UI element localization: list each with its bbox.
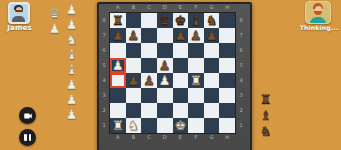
captured-white-tray-col2: ♟♟♞♝♝♟♟♟: [63, 2, 80, 122]
square-a6[interactable]: [110, 43, 126, 58]
square-h2[interactable]: [219, 103, 235, 118]
square-h5[interactable]: [219, 58, 235, 73]
square-g7[interactable]: ♟: [204, 28, 220, 43]
square-e4[interactable]: [173, 73, 189, 88]
square-d4[interactable]: ♟: [157, 73, 173, 88]
square-e5[interactable]: [173, 58, 189, 73]
square-a3[interactable]: [110, 88, 126, 103]
square-b5[interactable]: [126, 58, 142, 73]
rank-label-6: 6: [237, 43, 245, 58]
rank-label-5: 5: [100, 58, 108, 73]
square-c1[interactable]: [141, 118, 157, 133]
piece-black-pawn: ♟: [159, 59, 171, 72]
square-g3[interactable]: [204, 88, 220, 103]
square-c2[interactable]: [141, 103, 157, 118]
square-b6[interactable]: [126, 43, 142, 58]
piece-black-pawn: ♟: [112, 29, 124, 42]
file-label-h: H: [219, 5, 235, 12]
square-f3[interactable]: [188, 88, 204, 103]
piece-black-bishop: ♝: [190, 14, 202, 27]
piece-black-pawn: ♟: [190, 29, 202, 42]
square-b1[interactable]: ♞: [126, 118, 142, 133]
rank-label-8: 8: [100, 13, 108, 28]
square-b8[interactable]: [126, 13, 142, 28]
rank-label-4: 4: [237, 73, 245, 88]
file-label-g: G: [204, 5, 220, 12]
square-d2[interactable]: [157, 103, 173, 118]
rank-label-7: 7: [237, 28, 245, 43]
square-e3[interactable]: [173, 88, 189, 103]
file-label-f: F: [188, 5, 204, 12]
rank-labels-right: 87654321: [237, 13, 245, 133]
avatar-beard: [314, 11, 322, 15]
square-g4[interactable]: [204, 73, 220, 88]
chess-app: James Thinking... ♛♟ ♟♟♞♝♝♟♟♟ ♜♝♞ ABCDEF…: [0, 0, 341, 150]
square-h3[interactable]: [219, 88, 235, 103]
square-c3[interactable]: [141, 88, 157, 103]
square-a5[interactable]: ♟: [110, 58, 126, 73]
square-b3[interactable]: [126, 88, 142, 103]
rank-label-5: 5: [237, 58, 245, 73]
piece-black-pawn: ♟: [128, 74, 140, 87]
square-h4[interactable]: [219, 73, 235, 88]
file-label-f: F: [188, 135, 204, 142]
piece-white-pawn: ♟: [112, 59, 124, 72]
square-d1[interactable]: [157, 118, 173, 133]
avatar-shirt: [310, 17, 326, 24]
rank-label-1: 1: [100, 118, 108, 133]
square-h8[interactable]: [219, 13, 235, 28]
square-f6[interactable]: [188, 43, 204, 58]
rank-label-6: 6: [100, 43, 108, 58]
piece-black-queen: ♛: [159, 14, 171, 27]
captured-white-bishop: ♝: [63, 62, 80, 77]
square-e7[interactable]: ♟: [173, 28, 189, 43]
file-label-b: B: [126, 135, 142, 142]
piece-white-king: ♚: [174, 119, 186, 132]
camera-button[interactable]: [19, 107, 36, 124]
square-g1[interactable]: [204, 118, 220, 133]
square-f8[interactable]: ♝: [188, 13, 204, 28]
pause-button[interactable]: [19, 129, 36, 146]
rank-label-2: 2: [100, 103, 108, 118]
file-label-d: D: [157, 135, 173, 142]
piece-black-pawn: ♟: [206, 29, 218, 42]
square-f5[interactable]: [188, 58, 204, 73]
piece-black-pawn: ♟: [128, 29, 140, 42]
rank-label-7: 7: [100, 28, 108, 43]
square-f4[interactable]: ♜: [188, 73, 204, 88]
captured-white-pawn: ♟: [63, 2, 80, 17]
square-f1[interactable]: [188, 118, 204, 133]
piece-black-pawn: ♟: [143, 74, 155, 87]
square-c6[interactable]: [141, 43, 157, 58]
piece-black-rook: ♜: [112, 14, 124, 27]
rank-label-1: 1: [237, 118, 245, 133]
square-a8[interactable]: ♜: [110, 13, 126, 28]
square-d7[interactable]: [157, 28, 173, 43]
square-h7[interactable]: [219, 28, 235, 43]
captured-white-bishop: ♝: [63, 47, 80, 62]
file-label-a: A: [110, 135, 126, 142]
file-label-c: C: [141, 5, 157, 12]
square-d5[interactable]: ♟: [157, 58, 173, 73]
player-left-avatar[interactable]: [8, 2, 30, 24]
square-c5[interactable]: [141, 58, 157, 73]
piece-black-king: ♚: [174, 14, 186, 27]
file-labels-top: ABCDEFGH: [110, 5, 235, 12]
rank-label-4: 4: [100, 73, 108, 88]
pause-icon: [24, 134, 31, 141]
square-h6[interactable]: [219, 43, 235, 58]
square-c4[interactable]: ♟: [141, 73, 157, 88]
square-e1[interactable]: ♚: [173, 118, 189, 133]
rank-label-8: 8: [237, 13, 245, 28]
square-a4[interactable]: [110, 73, 126, 88]
player-left-name: James: [0, 24, 39, 32]
rank-label-3: 3: [237, 88, 245, 103]
square-h1[interactable]: [219, 118, 235, 133]
captured-white-pawn: ♟: [63, 107, 80, 122]
square-e8[interactable]: ♚: [173, 13, 189, 28]
square-b2[interactable]: [126, 103, 142, 118]
captured-white-pawn: ♟: [63, 17, 80, 32]
square-e6[interactable]: [173, 43, 189, 58]
rank-label-3: 3: [100, 88, 108, 103]
square-e2[interactable]: [173, 103, 189, 118]
rank-labels-left: 87654321: [100, 13, 108, 133]
captured-white-pawn: ♟: [63, 92, 80, 107]
square-g2[interactable]: [204, 103, 220, 118]
file-label-b: B: [126, 5, 142, 12]
square-b7[interactable]: ♟: [126, 28, 142, 43]
captured-black-tray: ♜♝♞: [257, 92, 274, 140]
captured-white-queen: ♛: [46, 6, 63, 21]
square-g6[interactable]: [204, 43, 220, 58]
avatar-suit: [12, 16, 25, 23]
square-a7[interactable]: ♟: [110, 28, 126, 43]
captured-black-rook: ♜: [257, 92, 274, 108]
file-label-e: E: [173, 5, 189, 12]
square-g8[interactable]: ♞: [204, 13, 220, 28]
captured-white-pawn: ♟: [63, 77, 80, 92]
piece-white-rook: ♜: [190, 74, 202, 87]
file-label-d: D: [157, 5, 173, 12]
captured-white-tray-col1: ♛♟: [46, 6, 63, 36]
square-c8[interactable]: [141, 13, 157, 28]
file-label-e: E: [173, 135, 189, 142]
rank-label-2: 2: [237, 103, 245, 118]
chess-board-frame: ABCDEFGH ABCDEFGH 87654321 87654321 ♜♛♚♝…: [97, 2, 252, 150]
piece-black-pawn: ♟: [174, 29, 186, 42]
file-labels-bottom: ABCDEFGH: [110, 135, 235, 142]
piece-black-knight: ♞: [206, 14, 218, 27]
file-label-a: A: [110, 5, 126, 12]
captured-white-pawn: ♟: [46, 21, 63, 36]
file-label-h: H: [219, 135, 235, 142]
square-d6[interactable]: [157, 43, 173, 58]
square-c7[interactable]: [141, 28, 157, 43]
square-g5[interactable]: [204, 58, 220, 73]
file-label-g: G: [204, 135, 220, 142]
square-a1[interactable]: ♜: [110, 118, 126, 133]
square-f2[interactable]: [188, 103, 204, 118]
piece-white-knight: ♞: [128, 119, 140, 132]
player-right-avatar[interactable]: [305, 1, 331, 24]
piece-white-pawn: ♟: [159, 74, 171, 87]
camera-icon: [23, 111, 33, 121]
square-f7[interactable]: ♟: [188, 28, 204, 43]
square-d8[interactable]: ♛: [157, 13, 173, 28]
square-d3[interactable]: [157, 88, 173, 103]
piece-white-rook: ♜: [112, 119, 124, 132]
captured-black-bishop: ♝: [257, 108, 274, 124]
file-label-c: C: [141, 135, 157, 142]
square-a2[interactable]: [110, 103, 126, 118]
player-right-status: Thinking...: [297, 24, 341, 31]
board-grid: ♜♛♚♝♞♟♟♟♟♟♟♟♟♟♟♜♜♞♚: [110, 13, 235, 133]
captured-black-knight: ♞: [257, 124, 274, 140]
square-b4[interactable]: ♟: [126, 73, 142, 88]
captured-white-knight: ♞: [63, 32, 80, 47]
